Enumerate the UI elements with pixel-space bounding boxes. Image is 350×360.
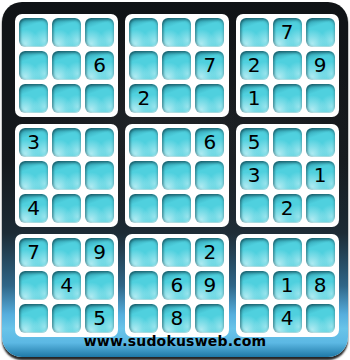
- sudoku-cell[interactable]: [85, 194, 114, 223]
- sudoku-cell[interactable]: 3: [240, 161, 269, 190]
- sudoku-cell[interactable]: [195, 304, 224, 333]
- sudoku-cell[interactable]: [162, 128, 191, 157]
- sudoku-cell[interactable]: [19, 161, 48, 190]
- sudoku-cell[interactable]: [129, 271, 158, 300]
- given-digit: 7: [27, 242, 40, 262]
- sudoku-cell[interactable]: [129, 51, 158, 80]
- sudoku-cell[interactable]: [306, 84, 335, 113]
- sudoku-cell[interactable]: [162, 84, 191, 113]
- sudoku-screenshot: 6727291346531279452698184 www.sudokusweb…: [0, 0, 350, 360]
- sudoku-cell[interactable]: 2: [273, 194, 302, 223]
- sudoku-cell[interactable]: [273, 51, 302, 80]
- sudoku-cell[interactable]: [240, 18, 269, 47]
- sudoku-box: 34: [15, 124, 118, 227]
- sudoku-cell[interactable]: 6: [85, 51, 114, 80]
- given-digit: 3: [27, 132, 40, 152]
- given-digit: 5: [248, 132, 261, 152]
- sudoku-cell[interactable]: [19, 271, 48, 300]
- sudoku-cell[interactable]: [195, 161, 224, 190]
- sudoku-cell[interactable]: [240, 271, 269, 300]
- sudoku-box: 2698: [125, 234, 228, 337]
- sudoku-cell[interactable]: [19, 18, 48, 47]
- sudoku-cell[interactable]: [195, 194, 224, 223]
- given-digit: 4: [27, 198, 40, 218]
- sudoku-cell[interactable]: 5: [85, 304, 114, 333]
- sudoku-cell[interactable]: 7: [195, 51, 224, 80]
- given-digit: 5: [93, 308, 106, 328]
- sudoku-cell[interactable]: [129, 194, 158, 223]
- given-digit: 9: [93, 242, 106, 262]
- sudoku-cell[interactable]: 7: [273, 18, 302, 47]
- given-digit: 2: [248, 55, 261, 75]
- sudoku-board: 6727291346531279452698184 www.sudokusweb…: [2, 2, 348, 357]
- sudoku-cell[interactable]: [195, 18, 224, 47]
- sudoku-box: 6: [15, 14, 118, 117]
- given-digit: 4: [60, 275, 73, 295]
- given-digit: 2: [137, 88, 150, 108]
- sudoku-cell[interactable]: 2: [240, 51, 269, 80]
- sudoku-cell[interactable]: [19, 51, 48, 80]
- sudoku-cell[interactable]: [306, 194, 335, 223]
- sudoku-cell[interactable]: [19, 304, 48, 333]
- sudoku-cell[interactable]: [52, 238, 81, 267]
- sudoku-cell[interactable]: [273, 238, 302, 267]
- sudoku-cell[interactable]: 1: [306, 161, 335, 190]
- sudoku-cell[interactable]: 4: [273, 304, 302, 333]
- sudoku-cell[interactable]: [162, 194, 191, 223]
- given-digit: 6: [170, 275, 183, 295]
- given-digit: 6: [93, 55, 106, 75]
- sudoku-box: 7291: [236, 14, 339, 117]
- given-digit: 7: [203, 55, 216, 75]
- given-digit: 1: [248, 88, 261, 108]
- given-digit: 3: [248, 165, 261, 185]
- given-digit: 7: [281, 22, 294, 42]
- sudoku-cell[interactable]: [240, 238, 269, 267]
- sudoku-cell[interactable]: [85, 128, 114, 157]
- sudoku-cell[interactable]: [162, 161, 191, 190]
- sudoku-cell[interactable]: [162, 238, 191, 267]
- sudoku-cell[interactable]: 6: [195, 128, 224, 157]
- sudoku-cell[interactable]: 3: [19, 128, 48, 157]
- given-digit: 8: [314, 275, 327, 295]
- sudoku-cell[interactable]: 1: [240, 84, 269, 113]
- sudoku-cell[interactable]: 9: [85, 238, 114, 267]
- sudoku-cell[interactable]: 2: [195, 238, 224, 267]
- sudoku-cell[interactable]: [85, 18, 114, 47]
- website-url[interactable]: www.sudokusweb.com: [84, 333, 267, 349]
- sudoku-cell[interactable]: [52, 161, 81, 190]
- sudoku-cell[interactable]: [240, 194, 269, 223]
- sudoku-grid: 6727291346531279452698184: [15, 14, 339, 337]
- given-digit: 4: [281, 308, 294, 328]
- sudoku-cell[interactable]: 8: [306, 271, 335, 300]
- sudoku-cell[interactable]: [52, 304, 81, 333]
- sudoku-cell[interactable]: [129, 128, 158, 157]
- sudoku-cell[interactable]: 5: [240, 128, 269, 157]
- sudoku-cell[interactable]: [162, 18, 191, 47]
- given-digit: 1: [314, 165, 327, 185]
- sudoku-cell[interactable]: 7: [19, 238, 48, 267]
- given-digit: 8: [170, 308, 183, 328]
- given-digit: 9: [314, 55, 327, 75]
- sudoku-cell[interactable]: [129, 18, 158, 47]
- sudoku-cell[interactable]: [273, 128, 302, 157]
- sudoku-cell[interactable]: 4: [52, 271, 81, 300]
- sudoku-cell[interactable]: [129, 161, 158, 190]
- sudoku-cell[interactable]: [306, 304, 335, 333]
- given-digit: 6: [203, 132, 216, 152]
- footer: www.sudokusweb.com: [2, 331, 348, 350]
- sudoku-cell[interactable]: 2: [129, 84, 158, 113]
- sudoku-cell[interactable]: 6: [162, 271, 191, 300]
- sudoku-cell[interactable]: [52, 84, 81, 113]
- given-digit: 9: [203, 275, 216, 295]
- sudoku-cell[interactable]: [85, 271, 114, 300]
- sudoku-cell[interactable]: 9: [195, 271, 224, 300]
- sudoku-cell[interactable]: [273, 84, 302, 113]
- given-digit: 2: [281, 198, 294, 218]
- sudoku-cell[interactable]: [195, 84, 224, 113]
- sudoku-cell[interactable]: [129, 238, 158, 267]
- sudoku-cell[interactable]: [52, 51, 81, 80]
- sudoku-cell[interactable]: [306, 128, 335, 157]
- given-digit: 1: [281, 275, 294, 295]
- sudoku-cell[interactable]: 9: [306, 51, 335, 80]
- sudoku-box: 7945: [15, 234, 118, 337]
- sudoku-cell[interactable]: [85, 161, 114, 190]
- sudoku-box: 5312: [236, 124, 339, 227]
- sudoku-cell[interactable]: 4: [19, 194, 48, 223]
- sudoku-cell[interactable]: [52, 18, 81, 47]
- sudoku-cell[interactable]: [240, 304, 269, 333]
- sudoku-cell[interactable]: [306, 18, 335, 47]
- sudoku-cell[interactable]: [129, 304, 158, 333]
- sudoku-cell[interactable]: [52, 194, 81, 223]
- sudoku-cell[interactable]: [306, 238, 335, 267]
- sudoku-cell[interactable]: [162, 51, 191, 80]
- sudoku-cell[interactable]: 1: [273, 271, 302, 300]
- sudoku-cell[interactable]: 8: [162, 304, 191, 333]
- sudoku-cell[interactable]: [52, 128, 81, 157]
- sudoku-box: 72: [125, 14, 228, 117]
- sudoku-box: 6: [125, 124, 228, 227]
- sudoku-cell[interactable]: [85, 84, 114, 113]
- sudoku-cell[interactable]: [19, 84, 48, 113]
- given-digit: 2: [203, 242, 216, 262]
- sudoku-cell[interactable]: [273, 161, 302, 190]
- sudoku-box: 184: [236, 234, 339, 337]
